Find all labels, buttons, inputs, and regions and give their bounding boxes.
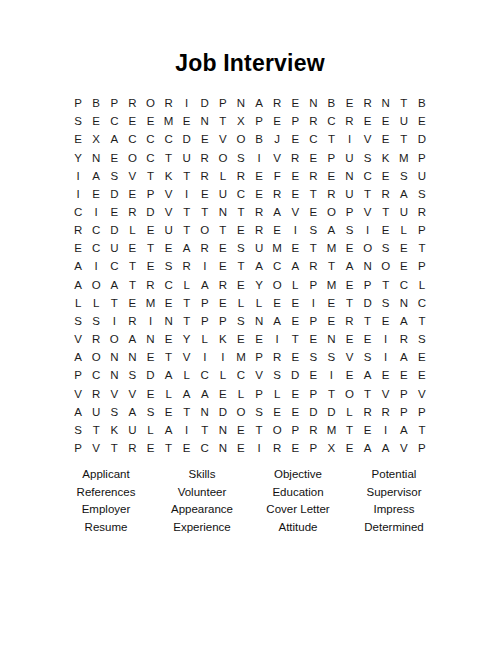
grid-cell-r8c7[interactable]: T <box>178 221 196 239</box>
grid-cell-r2c11[interactable]: P <box>250 112 268 130</box>
grid-cell-r3c19[interactable]: T <box>395 130 413 148</box>
grid-cell-r3c18[interactable]: E <box>377 130 395 148</box>
grid-cell-r7c15[interactable]: O <box>322 203 340 221</box>
grid-cell-r17c3[interactable]: V <box>105 385 123 403</box>
grid-cell-r9c16[interactable]: E <box>340 239 358 257</box>
grid-cell-r6c4[interactable]: E <box>123 185 141 203</box>
grid-cell-r18c7[interactable]: T <box>178 403 196 421</box>
grid-cell-r6c2[interactable]: E <box>87 185 105 203</box>
grid-cell-r6c7[interactable]: I <box>178 185 196 203</box>
grid-cell-r1c18[interactable]: N <box>377 94 395 112</box>
grid-cell-r15c2[interactable]: O <box>87 348 105 366</box>
grid-cell-r14c13[interactable]: T <box>286 330 304 348</box>
grid-cell-r6c19[interactable]: A <box>395 185 413 203</box>
grid-cell-r8c17[interactable]: I <box>359 221 377 239</box>
grid-cell-r13c16[interactable]: R <box>340 312 358 330</box>
grid-cell-r15c14[interactable]: S <box>304 348 322 366</box>
grid-cell-r19c4[interactable]: U <box>123 421 141 439</box>
grid-cell-r1c2[interactable]: B <box>87 94 105 112</box>
grid-cell-r4c12[interactable]: V <box>268 148 286 166</box>
grid-cell-r2c7[interactable]: E <box>178 112 196 130</box>
grid-cell-r19c20[interactable]: T <box>413 421 431 439</box>
grid-cell-r2c9[interactable]: T <box>214 112 232 130</box>
grid-cell-r3c11[interactable]: B <box>250 130 268 148</box>
grid-cell-r9c15[interactable]: M <box>322 239 340 257</box>
grid-cell-r17c12[interactable]: L <box>268 385 286 403</box>
grid-cell-r17c19[interactable]: P <box>395 385 413 403</box>
grid-cell-r3c14[interactable]: C <box>304 130 322 148</box>
grid-cell-r14c2[interactable]: R <box>87 330 105 348</box>
grid-cell-r17c20[interactable]: V <box>413 385 431 403</box>
grid-cell-r4c4[interactable]: O <box>123 148 141 166</box>
grid-cell-r14c17[interactable]: E <box>359 330 377 348</box>
grid-cell-r9c9[interactable]: E <box>214 239 232 257</box>
grid-cell-r16c17[interactable]: A <box>359 366 377 384</box>
grid-cell-r18c20[interactable]: P <box>413 403 431 421</box>
grid-cell-r13c5[interactable]: I <box>141 312 159 330</box>
grid-cell-r3c10[interactable]: O <box>232 130 250 148</box>
grid-cell-r5c7[interactable]: T <box>178 167 196 185</box>
grid-cell-r18c5[interactable]: S <box>141 403 159 421</box>
grid-cell-r7c8[interactable]: T <box>196 203 214 221</box>
grid-cell-r1c6[interactable]: R <box>160 94 178 112</box>
grid-cell-r19c9[interactable]: N <box>214 421 232 439</box>
grid-cell-r9c18[interactable]: S <box>377 239 395 257</box>
grid-cell-r11c11[interactable]: Y <box>250 276 268 294</box>
grid-cell-r8c18[interactable]: E <box>377 221 395 239</box>
grid-cell-r16c10[interactable]: C <box>232 366 250 384</box>
grid-cell-r20c3[interactable]: T <box>105 439 123 457</box>
grid-cell-r5c14[interactable]: R <box>304 167 322 185</box>
grid-cell-r17c9[interactable]: E <box>214 385 232 403</box>
grid-cell-r10c7[interactable]: R <box>178 257 196 275</box>
grid-cell-r13c12[interactable]: A <box>268 312 286 330</box>
grid-cell-r20c8[interactable]: C <box>196 439 214 457</box>
grid-cell-r12c20[interactable]: C <box>413 294 431 312</box>
grid-cell-r2c20[interactable]: E <box>413 112 431 130</box>
grid-cell-r7c7[interactable]: T <box>178 203 196 221</box>
grid-cell-r17c8[interactable]: A <box>196 385 214 403</box>
grid-cell-r18c13[interactable]: E <box>286 403 304 421</box>
grid-cell-r12c19[interactable]: N <box>395 294 413 312</box>
grid-cell-r10c2[interactable]: I <box>87 257 105 275</box>
grid-cell-r2c6[interactable]: M <box>160 112 178 130</box>
grid-cell-r3c15[interactable]: T <box>322 130 340 148</box>
grid-cell-r14c11[interactable]: E <box>250 330 268 348</box>
grid-cell-r1c10[interactable]: N <box>232 94 250 112</box>
grid-cell-r5c6[interactable]: K <box>160 167 178 185</box>
grid-cell-r3c1[interactable]: E <box>69 130 87 148</box>
grid-cell-r5c3[interactable]: S <box>105 167 123 185</box>
grid-cell-r20c16[interactable]: E <box>340 439 358 457</box>
grid-cell-r20c14[interactable]: P <box>304 439 322 457</box>
grid-cell-r4c18[interactable]: K <box>377 148 395 166</box>
grid-cell-r5c11[interactable]: E <box>250 167 268 185</box>
grid-cell-r15c10[interactable]: M <box>232 348 250 366</box>
grid-cell-r13c1[interactable]: S <box>69 312 87 330</box>
grid-cell-r19c11[interactable]: T <box>250 421 268 439</box>
grid-cell-r11c3[interactable]: A <box>105 276 123 294</box>
grid-cell-r19c19[interactable]: A <box>395 421 413 439</box>
grid-cell-r4c11[interactable]: I <box>250 148 268 166</box>
grid-cell-r4c5[interactable]: C <box>141 148 159 166</box>
grid-cell-r15c4[interactable]: N <box>123 348 141 366</box>
grid-cell-r8c13[interactable]: I <box>286 221 304 239</box>
grid-cell-r16c6[interactable]: A <box>160 366 178 384</box>
grid-cell-r12c5[interactable]: M <box>141 294 159 312</box>
grid-cell-r10c9[interactable]: E <box>214 257 232 275</box>
grid-cell-r9c19[interactable]: E <box>395 239 413 257</box>
grid-cell-r14c16[interactable]: E <box>340 330 358 348</box>
grid-cell-r8c16[interactable]: S <box>340 221 358 239</box>
grid-cell-r11c9[interactable]: R <box>214 276 232 294</box>
grid-cell-r8c3[interactable]: D <box>105 221 123 239</box>
grid-cell-r19c3[interactable]: K <box>105 421 123 439</box>
grid-cell-r5c8[interactable]: R <box>196 167 214 185</box>
grid-cell-r13c8[interactable]: P <box>196 312 214 330</box>
grid-cell-r10c8[interactable]: I <box>196 257 214 275</box>
grid-cell-r16c13[interactable]: D <box>286 366 304 384</box>
grid-cell-r6c5[interactable]: P <box>141 185 159 203</box>
grid-cell-r8c4[interactable]: L <box>123 221 141 239</box>
grid-cell-r4c15[interactable]: P <box>322 148 340 166</box>
grid-cell-r10c19[interactable]: E <box>395 257 413 275</box>
grid-cell-r4c17[interactable]: S <box>359 148 377 166</box>
grid-cell-r5c1[interactable]: I <box>69 167 87 185</box>
grid-cell-r6c6[interactable]: V <box>160 185 178 203</box>
grid-cell-r10c1[interactable]: A <box>69 257 87 275</box>
grid-cell-r13c14[interactable]: P <box>304 312 322 330</box>
grid-cell-r19c12[interactable]: O <box>268 421 286 439</box>
grid-cell-r17c1[interactable]: V <box>69 385 87 403</box>
grid-cell-r16c7[interactable]: L <box>178 366 196 384</box>
grid-cell-r7c1[interactable]: C <box>69 203 87 221</box>
grid-cell-r8c9[interactable]: T <box>214 221 232 239</box>
grid-cell-r4c19[interactable]: M <box>395 148 413 166</box>
grid-cell-r6c14[interactable]: T <box>304 185 322 203</box>
grid-cell-r4c10[interactable]: S <box>232 148 250 166</box>
grid-cell-r12c17[interactable]: D <box>359 294 377 312</box>
grid-cell-r2c18[interactable]: E <box>377 112 395 130</box>
grid-cell-r8c2[interactable]: C <box>87 221 105 239</box>
grid-cell-r11c19[interactable]: C <box>395 276 413 294</box>
grid-cell-r13c13[interactable]: E <box>286 312 304 330</box>
grid-cell-r12c11[interactable]: L <box>250 294 268 312</box>
grid-cell-r3c8[interactable]: E <box>196 130 214 148</box>
grid-cell-r7c4[interactable]: R <box>123 203 141 221</box>
grid-cell-r7c17[interactable]: V <box>359 203 377 221</box>
grid-cell-r2c19[interactable]: U <box>395 112 413 130</box>
grid-cell-r1c4[interactable]: R <box>123 94 141 112</box>
grid-cell-r16c11[interactable]: V <box>250 366 268 384</box>
grid-cell-r9c12[interactable]: M <box>268 239 286 257</box>
grid-cell-r15c13[interactable]: E <box>286 348 304 366</box>
grid-cell-r11c17[interactable]: P <box>359 276 377 294</box>
grid-cell-r6c11[interactable]: E <box>250 185 268 203</box>
grid-cell-r11c18[interactable]: T <box>377 276 395 294</box>
grid-cell-r16c3[interactable]: N <box>105 366 123 384</box>
grid-cell-r12c6[interactable]: E <box>160 294 178 312</box>
grid-cell-r12c8[interactable]: P <box>196 294 214 312</box>
grid-cell-r4c1[interactable]: Y <box>69 148 87 166</box>
grid-cell-r19c18[interactable]: I <box>377 421 395 439</box>
grid-cell-r4c20[interactable]: P <box>413 148 431 166</box>
grid-cell-r2c13[interactable]: P <box>286 112 304 130</box>
grid-cell-r7c10[interactable]: T <box>232 203 250 221</box>
grid-cell-r9c5[interactable]: T <box>141 239 159 257</box>
grid-cell-r2c8[interactable]: N <box>196 112 214 130</box>
grid-cell-r3c7[interactable]: D <box>178 130 196 148</box>
grid-cell-r7c14[interactable]: E <box>304 203 322 221</box>
grid-cell-r18c12[interactable]: E <box>268 403 286 421</box>
grid-cell-r18c2[interactable]: U <box>87 403 105 421</box>
grid-cell-r14c20[interactable]: S <box>413 330 431 348</box>
grid-cell-r11c2[interactable]: O <box>87 276 105 294</box>
grid-cell-r12c1[interactable]: L <box>69 294 87 312</box>
grid-cell-r11c7[interactable]: L <box>178 276 196 294</box>
grid-cell-r12c3[interactable]: T <box>105 294 123 312</box>
grid-cell-r4c14[interactable]: E <box>304 148 322 166</box>
grid-cell-r1c14[interactable]: N <box>304 94 322 112</box>
grid-cell-r2c12[interactable]: E <box>268 112 286 130</box>
grid-cell-r13c4[interactable]: R <box>123 312 141 330</box>
grid-cell-r4c16[interactable]: U <box>340 148 358 166</box>
grid-cell-r17c5[interactable]: E <box>141 385 159 403</box>
grid-cell-r11c4[interactable]: T <box>123 276 141 294</box>
grid-cell-r19c14[interactable]: R <box>304 421 322 439</box>
grid-cell-r7c3[interactable]: E <box>105 203 123 221</box>
grid-cell-r14c3[interactable]: O <box>105 330 123 348</box>
grid-cell-r9c6[interactable]: E <box>160 239 178 257</box>
grid-cell-r14c10[interactable]: E <box>232 330 250 348</box>
grid-cell-r13c10[interactable]: S <box>232 312 250 330</box>
grid-cell-r12c7[interactable]: T <box>178 294 196 312</box>
grid-cell-r13c11[interactable]: N <box>250 312 268 330</box>
grid-cell-r11c8[interactable]: A <box>196 276 214 294</box>
grid-cell-r20c18[interactable]: A <box>377 439 395 457</box>
grid-cell-r14c9[interactable]: K <box>214 330 232 348</box>
grid-cell-r13c6[interactable]: N <box>160 312 178 330</box>
grid-cell-r6c18[interactable]: R <box>377 185 395 203</box>
grid-cell-r3c13[interactable]: E <box>286 130 304 148</box>
grid-cell-r2c3[interactable]: C <box>105 112 123 130</box>
grid-cell-r5c13[interactable]: E <box>286 167 304 185</box>
grid-cell-r18c18[interactable]: R <box>377 403 395 421</box>
grid-cell-r6c10[interactable]: C <box>232 185 250 203</box>
grid-cell-r1c12[interactable]: R <box>268 94 286 112</box>
grid-cell-r1c5[interactable]: O <box>141 94 159 112</box>
grid-cell-r13c9[interactable]: P <box>214 312 232 330</box>
grid-cell-r4c3[interactable]: E <box>105 148 123 166</box>
grid-cell-r3c2[interactable]: X <box>87 130 105 148</box>
grid-cell-r5c4[interactable]: V <box>123 167 141 185</box>
grid-cell-r18c14[interactable]: D <box>304 403 322 421</box>
grid-cell-r20c5[interactable]: E <box>141 439 159 457</box>
grid-cell-r15c15[interactable]: S <box>322 348 340 366</box>
grid-cell-r10c16[interactable]: A <box>340 257 358 275</box>
grid-cell-r13c2[interactable]: S <box>87 312 105 330</box>
grid-cell-r7c16[interactable]: P <box>340 203 358 221</box>
grid-cell-r15c19[interactable]: A <box>395 348 413 366</box>
grid-cell-r3c17[interactable]: V <box>359 130 377 148</box>
grid-cell-r8c5[interactable]: E <box>141 221 159 239</box>
grid-cell-r6c1[interactable]: I <box>69 185 87 203</box>
grid-cell-r20c19[interactable]: V <box>395 439 413 457</box>
grid-cell-r15c5[interactable]: E <box>141 348 159 366</box>
grid-cell-r17c10[interactable]: L <box>232 385 250 403</box>
grid-cell-r11c14[interactable]: P <box>304 276 322 294</box>
grid-cell-r1c9[interactable]: P <box>214 94 232 112</box>
grid-cell-r1c1[interactable]: P <box>69 94 87 112</box>
grid-cell-r14c1[interactable]: V <box>69 330 87 348</box>
grid-cell-r16c12[interactable]: S <box>268 366 286 384</box>
grid-cell-r19c6[interactable]: A <box>160 421 178 439</box>
grid-cell-r1c11[interactable]: A <box>250 94 268 112</box>
grid-cell-r18c10[interactable]: O <box>232 403 250 421</box>
grid-cell-r14c8[interactable]: L <box>196 330 214 348</box>
grid-cell-r4c8[interactable]: R <box>196 148 214 166</box>
grid-cell-r5c10[interactable]: R <box>232 167 250 185</box>
grid-cell-r14c18[interactable]: I <box>377 330 395 348</box>
grid-cell-r20c17[interactable]: A <box>359 439 377 457</box>
grid-cell-r17c17[interactable]: T <box>359 385 377 403</box>
grid-cell-r1c16[interactable]: E <box>340 94 358 112</box>
grid-cell-r2c10[interactable]: X <box>232 112 250 130</box>
grid-cell-r5c2[interactable]: A <box>87 167 105 185</box>
grid-cell-r15c8[interactable]: I <box>196 348 214 366</box>
grid-cell-r2c1[interactable]: S <box>69 112 87 130</box>
grid-cell-r16c8[interactable]: C <box>196 366 214 384</box>
grid-cell-r16c18[interactable]: E <box>377 366 395 384</box>
grid-cell-r2c14[interactable]: R <box>304 112 322 130</box>
grid-cell-r19c2[interactable]: T <box>87 421 105 439</box>
grid-cell-r4c9[interactable]: O <box>214 148 232 166</box>
grid-cell-r20c2[interactable]: V <box>87 439 105 457</box>
grid-cell-r11c16[interactable]: E <box>340 276 358 294</box>
grid-cell-r4c2[interactable]: N <box>87 148 105 166</box>
grid-cell-r7c6[interactable]: V <box>160 203 178 221</box>
grid-cell-r10c13[interactable]: A <box>286 257 304 275</box>
grid-cell-r7c13[interactable]: V <box>286 203 304 221</box>
grid-cell-r3c20[interactable]: D <box>413 130 431 148</box>
grid-cell-r13c3[interactable]: I <box>105 312 123 330</box>
grid-cell-r5c19[interactable]: S <box>395 167 413 185</box>
grid-cell-r16c9[interactable]: L <box>214 366 232 384</box>
grid-cell-r6c20[interactable]: S <box>413 185 431 203</box>
grid-cell-r16c4[interactable]: S <box>123 366 141 384</box>
grid-cell-r5c15[interactable]: E <box>322 167 340 185</box>
grid-cell-r16c14[interactable]: E <box>304 366 322 384</box>
grid-cell-r12c9[interactable]: E <box>214 294 232 312</box>
grid-cell-r9c7[interactable]: A <box>178 239 196 257</box>
grid-cell-r13c17[interactable]: T <box>359 312 377 330</box>
grid-cell-r7c20[interactable]: R <box>413 203 431 221</box>
grid-cell-r20c9[interactable]: N <box>214 439 232 457</box>
grid-cell-r11c12[interactable]: O <box>268 276 286 294</box>
grid-cell-r12c16[interactable]: T <box>340 294 358 312</box>
grid-cell-r13c19[interactable]: A <box>395 312 413 330</box>
grid-cell-r20c6[interactable]: T <box>160 439 178 457</box>
grid-cell-r10c5[interactable]: E <box>141 257 159 275</box>
grid-cell-r6c8[interactable]: E <box>196 185 214 203</box>
grid-cell-r6c17[interactable]: T <box>359 185 377 203</box>
grid-cell-r12c18[interactable]: S <box>377 294 395 312</box>
grid-cell-r5c16[interactable]: N <box>340 167 358 185</box>
grid-cell-r16c2[interactable]: C <box>87 366 105 384</box>
grid-cell-r12c12[interactable]: E <box>268 294 286 312</box>
grid-cell-r8c11[interactable]: R <box>250 221 268 239</box>
grid-cell-r1c8[interactable]: D <box>196 94 214 112</box>
grid-cell-r17c16[interactable]: O <box>340 385 358 403</box>
grid-cell-r3c16[interactable]: I <box>340 130 358 148</box>
grid-cell-r6c16[interactable]: U <box>340 185 358 203</box>
grid-cell-r9c3[interactable]: U <box>105 239 123 257</box>
grid-cell-r11c20[interactable]: L <box>413 276 431 294</box>
grid-cell-r17c2[interactable]: R <box>87 385 105 403</box>
grid-cell-r5c17[interactable]: C <box>359 167 377 185</box>
grid-cell-r7c19[interactable]: U <box>395 203 413 221</box>
grid-cell-r8c1[interactable]: R <box>69 221 87 239</box>
grid-cell-r16c15[interactable]: I <box>322 366 340 384</box>
grid-cell-r14c12[interactable]: I <box>268 330 286 348</box>
grid-cell-r3c3[interactable]: A <box>105 130 123 148</box>
grid-cell-r11c15[interactable]: M <box>322 276 340 294</box>
grid-cell-r18c8[interactable]: N <box>196 403 214 421</box>
grid-cell-r11c10[interactable]: E <box>232 276 250 294</box>
grid-cell-r17c11[interactable]: P <box>250 385 268 403</box>
grid-cell-r8c12[interactable]: E <box>268 221 286 239</box>
grid-cell-r15c18[interactable]: I <box>377 348 395 366</box>
grid-cell-r16c19[interactable]: E <box>395 366 413 384</box>
grid-cell-r11c5[interactable]: R <box>141 276 159 294</box>
grid-cell-r6c9[interactable]: U <box>214 185 232 203</box>
grid-cell-r19c10[interactable]: E <box>232 421 250 439</box>
grid-cell-r19c8[interactable]: T <box>196 421 214 439</box>
grid-cell-r18c11[interactable]: S <box>250 403 268 421</box>
grid-cell-r14c7[interactable]: Y <box>178 330 196 348</box>
grid-cell-r17c18[interactable]: V <box>377 385 395 403</box>
grid-cell-r9c1[interactable]: E <box>69 239 87 257</box>
grid-cell-r1c15[interactable]: B <box>322 94 340 112</box>
grid-cell-r1c13[interactable]: E <box>286 94 304 112</box>
grid-cell-r4c13[interactable]: R <box>286 148 304 166</box>
grid-cell-r18c15[interactable]: D <box>322 403 340 421</box>
grid-cell-r5c12[interactable]: F <box>268 167 286 185</box>
grid-cell-r12c4[interactable]: E <box>123 294 141 312</box>
grid-cell-r1c3[interactable]: P <box>105 94 123 112</box>
grid-cell-r12c2[interactable]: L <box>87 294 105 312</box>
grid-cell-r5c9[interactable]: L <box>214 167 232 185</box>
grid-cell-r8c10[interactable]: E <box>232 221 250 239</box>
grid-cell-r19c7[interactable]: I <box>178 421 196 439</box>
grid-cell-r2c2[interactable]: E <box>87 112 105 130</box>
grid-cell-r1c17[interactable]: R <box>359 94 377 112</box>
grid-cell-r15c20[interactable]: E <box>413 348 431 366</box>
grid-cell-r7c9[interactable]: N <box>214 203 232 221</box>
grid-cell-r16c16[interactable]: E <box>340 366 358 384</box>
grid-cell-r14c6[interactable]: E <box>160 330 178 348</box>
grid-cell-r3c4[interactable]: C <box>123 130 141 148</box>
grid-cell-r18c16[interactable]: L <box>340 403 358 421</box>
grid-cell-r10c17[interactable]: N <box>359 257 377 275</box>
grid-cell-r6c3[interactable]: D <box>105 185 123 203</box>
grid-cell-r17c7[interactable]: A <box>178 385 196 403</box>
grid-cell-r18c6[interactable]: E <box>160 403 178 421</box>
grid-cell-r12c13[interactable]: E <box>286 294 304 312</box>
grid-cell-r10c4[interactable]: T <box>123 257 141 275</box>
grid-cell-r10c6[interactable]: S <box>160 257 178 275</box>
grid-cell-r12c10[interactable]: L <box>232 294 250 312</box>
